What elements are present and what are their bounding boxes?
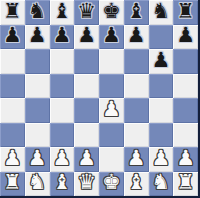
piece-black-rook: ♜ [3, 1, 22, 22]
square-g6[interactable]: ♟ [149, 49, 174, 74]
chess-board: ♜♞♝♛♚♝♞♜♟♟♟♟♟♟♟♟♟♟♟♟♟♟♟♟♜♞♝♛♚♝♞♜ [0, 0, 200, 198]
piece-white-bishop: ♝ [52, 172, 71, 193]
square-c3[interactable] [50, 123, 75, 148]
square-g4[interactable] [149, 98, 174, 123]
square-e1[interactable]: ♚ [99, 172, 124, 197]
square-b7[interactable]: ♟ [25, 25, 50, 50]
piece-black-king: ♚ [102, 1, 121, 22]
square-d7[interactable]: ♟ [74, 25, 99, 50]
square-d8[interactable]: ♛ [74, 0, 99, 25]
square-g5[interactable] [149, 74, 174, 99]
piece-black-rook: ♜ [176, 1, 195, 22]
square-f5[interactable] [124, 74, 149, 99]
piece-white-rook: ♜ [176, 172, 195, 193]
square-d3[interactable] [74, 123, 99, 148]
piece-white-pawn: ♟ [102, 99, 121, 120]
square-d2[interactable]: ♟ [74, 147, 99, 172]
square-g1[interactable]: ♞ [149, 172, 174, 197]
square-h6[interactable] [173, 49, 198, 74]
chess-app: ♜♞♝♛♚♝♞♜♟♟♟♟♟♟♟♟♟♟♟♟♟♟♟♟♜♞♝♛♚♝♞♜ [0, 0, 200, 198]
square-b3[interactable] [25, 123, 50, 148]
square-f4[interactable] [124, 98, 149, 123]
square-h8[interactable]: ♜ [173, 0, 198, 25]
piece-white-pawn: ♟ [77, 148, 96, 169]
square-d5[interactable] [74, 74, 99, 99]
square-e6[interactable] [99, 49, 124, 74]
piece-black-pawn: ♟ [77, 25, 96, 46]
square-f8[interactable]: ♝ [124, 0, 149, 25]
square-g2[interactable]: ♟ [149, 147, 174, 172]
square-h3[interactable] [173, 123, 198, 148]
square-b4[interactable] [25, 98, 50, 123]
piece-white-pawn: ♟ [3, 148, 22, 169]
piece-white-pawn: ♟ [151, 148, 170, 169]
piece-white-knight: ♞ [151, 172, 170, 193]
square-f7[interactable]: ♟ [124, 25, 149, 50]
square-h7[interactable]: ♟ [173, 25, 198, 50]
piece-black-knight: ♞ [151, 1, 170, 22]
piece-black-bishop: ♝ [127, 1, 146, 22]
piece-white-pawn: ♟ [52, 148, 71, 169]
square-e8[interactable]: ♚ [99, 0, 124, 25]
square-a3[interactable] [0, 123, 25, 148]
square-e7[interactable]: ♟ [99, 25, 124, 50]
square-g3[interactable] [149, 123, 174, 148]
piece-white-knight: ♞ [28, 172, 47, 193]
piece-white-pawn: ♟ [176, 148, 195, 169]
square-f3[interactable] [124, 123, 149, 148]
piece-white-pawn: ♟ [127, 148, 146, 169]
piece-white-king: ♚ [102, 172, 121, 193]
square-e2[interactable] [99, 147, 124, 172]
square-h2[interactable]: ♟ [173, 147, 198, 172]
piece-black-pawn: ♟ [127, 25, 146, 46]
piece-black-pawn: ♟ [151, 50, 170, 71]
square-e4[interactable]: ♟ [99, 98, 124, 123]
piece-black-knight: ♞ [28, 1, 47, 22]
square-e5[interactable] [99, 74, 124, 99]
square-c4[interactable] [50, 98, 75, 123]
piece-black-pawn: ♟ [3, 25, 22, 46]
square-c8[interactable]: ♝ [50, 0, 75, 25]
piece-black-pawn: ♟ [176, 25, 195, 46]
square-a2[interactable]: ♟ [0, 147, 25, 172]
square-c2[interactable]: ♟ [50, 147, 75, 172]
piece-black-bishop: ♝ [52, 1, 71, 22]
square-b1[interactable]: ♞ [25, 172, 50, 197]
square-b8[interactable]: ♞ [25, 0, 50, 25]
square-f2[interactable]: ♟ [124, 147, 149, 172]
piece-black-pawn: ♟ [52, 25, 71, 46]
square-e3[interactable] [99, 123, 124, 148]
piece-white-bishop: ♝ [127, 172, 146, 193]
piece-white-queen: ♛ [77, 172, 96, 193]
piece-black-queen: ♛ [77, 1, 96, 22]
square-b2[interactable]: ♟ [25, 147, 50, 172]
piece-white-pawn: ♟ [28, 148, 47, 169]
piece-black-pawn: ♟ [28, 25, 47, 46]
square-c7[interactable]: ♟ [50, 25, 75, 50]
square-b5[interactable] [25, 74, 50, 99]
square-g7[interactable] [149, 25, 174, 50]
square-h1[interactable]: ♜ [173, 172, 198, 197]
square-f6[interactable] [124, 49, 149, 74]
square-a8[interactable]: ♜ [0, 0, 25, 25]
square-c6[interactable] [50, 49, 75, 74]
piece-black-pawn: ♟ [102, 25, 121, 46]
square-h4[interactable] [173, 98, 198, 123]
square-b6[interactable] [25, 49, 50, 74]
square-d6[interactable] [74, 49, 99, 74]
square-a6[interactable] [0, 49, 25, 74]
square-d4[interactable] [74, 98, 99, 123]
square-g8[interactable]: ♞ [149, 0, 174, 25]
square-a1[interactable]: ♜ [0, 172, 25, 197]
square-a4[interactable] [0, 98, 25, 123]
square-a7[interactable]: ♟ [0, 25, 25, 50]
square-c5[interactable] [50, 74, 75, 99]
square-c1[interactable]: ♝ [50, 172, 75, 197]
piece-white-rook: ♜ [3, 172, 22, 193]
square-a5[interactable] [0, 74, 25, 99]
square-d1[interactable]: ♛ [74, 172, 99, 197]
square-f1[interactable]: ♝ [124, 172, 149, 197]
square-h5[interactable] [173, 74, 198, 99]
